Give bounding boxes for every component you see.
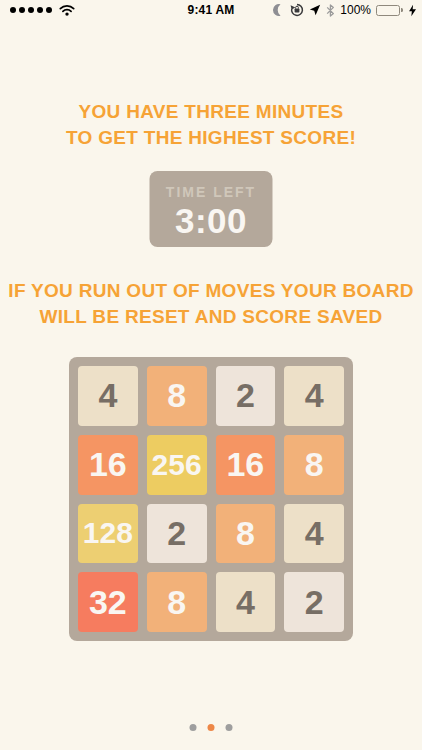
timer-box: TIME LEFT 3:00 bbox=[150, 171, 273, 247]
intro-line-1: YOU HAVE THREE MINUTES bbox=[0, 99, 422, 125]
status-bar: 9:41 AM bbox=[0, 0, 422, 20]
status-time: 9:41 AM bbox=[188, 3, 235, 17]
note-line-2: WILL BE RESET AND SCORE SAVED bbox=[0, 304, 422, 330]
timer-value: 3:00 bbox=[150, 201, 273, 241]
tile-r2c2-256: 256 bbox=[147, 435, 207, 495]
page-indicator[interactable] bbox=[190, 724, 233, 731]
signal-dot bbox=[19, 7, 25, 13]
location-icon bbox=[309, 4, 321, 16]
signal-dot bbox=[28, 7, 34, 13]
note-line-1: IF YOU RUN OUT OF MOVES YOUR BOARD bbox=[0, 278, 422, 304]
page-dot[interactable] bbox=[190, 724, 197, 731]
timer-label: TIME LEFT bbox=[150, 171, 273, 200]
bluetooth-icon bbox=[326, 4, 335, 17]
note-headline: IF YOU RUN OUT OF MOVES YOUR BOARD WILL … bbox=[0, 278, 422, 330]
game-board-2048[interactable]: 48241625616812828432842 bbox=[69, 357, 353, 641]
intro-line-2: TO GET THE HIGHEST SCORE! bbox=[0, 125, 422, 151]
tile-r4c2-8: 8 bbox=[147, 572, 207, 632]
tile-r1c3-2: 2 bbox=[216, 366, 276, 426]
tile-r1c1-4: 4 bbox=[78, 366, 138, 426]
page-dot[interactable] bbox=[226, 724, 233, 731]
tile-r1c4-4: 4 bbox=[284, 366, 344, 426]
tile-r1c2-8: 8 bbox=[147, 366, 207, 426]
tile-r3c3-8: 8 bbox=[216, 504, 276, 564]
tile-r3c4-4: 4 bbox=[284, 504, 344, 564]
battery-icon bbox=[376, 5, 403, 16]
status-right-group: 100% bbox=[271, 3, 417, 17]
signal-dot bbox=[46, 7, 52, 13]
cell-signal-dots bbox=[10, 7, 55, 13]
tile-r3c1-128: 128 bbox=[78, 504, 138, 564]
app-screen: 9:41 AM bbox=[0, 0, 422, 750]
tile-r3c2-2: 2 bbox=[147, 504, 207, 564]
status-left-group bbox=[10, 4, 75, 16]
signal-dot bbox=[10, 7, 16, 13]
tile-r2c1-16: 16 bbox=[78, 435, 138, 495]
rotation-lock-icon bbox=[290, 3, 304, 17]
tile-r4c3-4: 4 bbox=[216, 572, 276, 632]
moon-icon bbox=[271, 3, 285, 17]
intro-headline: YOU HAVE THREE MINUTES TO GET THE HIGHES… bbox=[0, 99, 422, 151]
battery-percent: 100% bbox=[340, 3, 371, 17]
wifi-icon bbox=[59, 4, 75, 16]
page-dot-active[interactable] bbox=[208, 724, 215, 731]
tile-r4c4-2: 2 bbox=[284, 572, 344, 632]
tile-r4c1-32: 32 bbox=[78, 572, 138, 632]
signal-dot bbox=[37, 7, 43, 13]
tile-r2c3-16: 16 bbox=[216, 435, 276, 495]
charging-bolt-icon bbox=[408, 4, 417, 17]
tile-r2c4-8: 8 bbox=[284, 435, 344, 495]
